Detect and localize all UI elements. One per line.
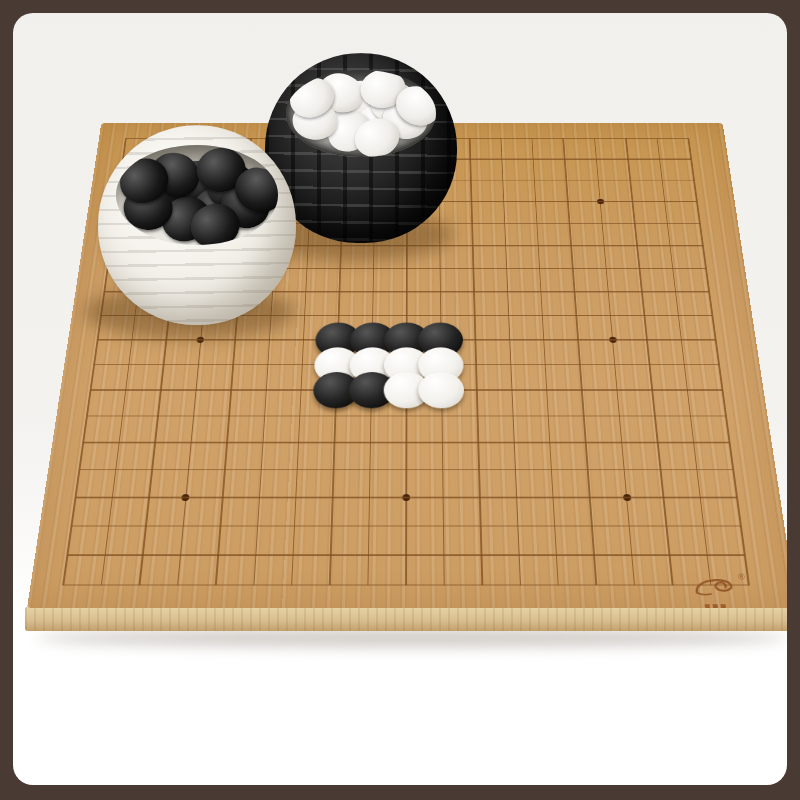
board-cell: [605, 456, 644, 484]
registered-mark: ®: [738, 573, 746, 582]
board-cell: [455, 212, 488, 234]
board-cell: [640, 128, 674, 148]
board-cell: [668, 377, 706, 403]
board-cell: [96, 456, 136, 484]
board-cell: [609, 128, 642, 148]
board-cell: [136, 429, 175, 456]
board-cell: [238, 512, 277, 541]
board-cell: [500, 541, 539, 571]
board-cell: [713, 456, 753, 484]
board-cell: [644, 484, 684, 512]
board-cell: [322, 280, 356, 304]
board-cell: [203, 484, 242, 512]
board-cell: [236, 541, 275, 571]
board-cell: [51, 512, 92, 541]
board-cell: [456, 257, 490, 280]
board-cell: [356, 280, 390, 304]
board-ground-shadow: [37, 629, 787, 647]
board-cell: [671, 128, 705, 148]
board-cell: [646, 512, 686, 541]
board-cell: [650, 212, 685, 234]
board-cell: [387, 541, 425, 571]
board-cell: [572, 512, 611, 541]
board-cell: [578, 128, 611, 148]
board-cell: [657, 280, 693, 304]
board-cell: [717, 484, 758, 512]
board-cell: [665, 352, 703, 377]
board-cell: [589, 257, 624, 280]
board-cell: [349, 541, 387, 571]
board-cell: [88, 512, 129, 541]
board-cell: [622, 257, 658, 280]
board-cell: [92, 484, 132, 512]
board-cell: [215, 352, 252, 377]
board-cell: [75, 352, 113, 377]
board-cell: [388, 484, 425, 512]
board-cell: [580, 149, 613, 170]
board-cell: [536, 512, 575, 541]
board-cell: [160, 541, 200, 571]
board-cell: [674, 149, 708, 170]
board-cell: [677, 456, 717, 484]
board-cell: [517, 149, 550, 170]
board-cell: [720, 512, 761, 541]
board-cell: [660, 304, 697, 328]
board-cell: [59, 456, 99, 484]
board-cell: [455, 169, 487, 190]
board-cell: [63, 429, 103, 456]
board-cell: [163, 512, 203, 541]
board-cell: [107, 377, 145, 403]
board-cell: [724, 541, 766, 571]
board-cell: [617, 212, 652, 234]
board-cell: [691, 280, 728, 304]
board-cell: [490, 280, 525, 304]
board-cell: [486, 149, 518, 170]
star-point: [609, 337, 617, 343]
board-cell: [574, 541, 614, 571]
board-cell: [531, 429, 568, 456]
board-cell: [212, 377, 249, 403]
board-cell: [498, 484, 536, 512]
board-cell: [425, 484, 462, 512]
board-cell: [316, 429, 353, 456]
board-cell: [547, 128, 580, 148]
board-cell: [631, 352, 668, 377]
board-cell: [387, 570, 425, 600]
board-cell: [462, 541, 500, 571]
board-cell: [585, 212, 620, 234]
black-bowl-opening: [286, 70, 436, 157]
board-cell: [677, 169, 712, 190]
seal-characters: [705, 604, 729, 608]
board-cell: [425, 512, 463, 541]
board-cell: [234, 570, 274, 600]
board-cell: [387, 512, 424, 541]
photo-frame: ®: [0, 0, 800, 800]
board-cell: [424, 456, 461, 484]
board-cell: [526, 328, 562, 353]
board-cell: [529, 377, 566, 403]
board-cell: [688, 257, 724, 280]
board-cell: [313, 512, 351, 541]
board-cell: [67, 403, 106, 429]
board-cell: [463, 570, 502, 600]
board-cell: [126, 512, 166, 541]
board-cell: [682, 212, 718, 234]
board-cell: [424, 377, 459, 403]
board-cell: [649, 541, 690, 571]
board-cell: [132, 456, 171, 484]
board-cell: [614, 570, 655, 600]
board-cell: [592, 304, 628, 328]
board-cell: [315, 456, 352, 484]
board-cell: [556, 257, 591, 280]
board-cell: [390, 280, 424, 304]
board-cell: [697, 328, 735, 353]
board-cell: [280, 429, 317, 456]
board-cell: [652, 234, 688, 257]
board-cell: [388, 456, 425, 484]
board-cell: [423, 257, 457, 280]
board-cell: [703, 377, 742, 403]
white-bowl-opening: [116, 145, 278, 245]
board-cell: [679, 191, 714, 213]
board-cell: [533, 456, 571, 484]
board-cell: [242, 456, 280, 484]
board-cell: [349, 570, 388, 600]
board-cell: [177, 377, 215, 403]
board-cell: [488, 212, 521, 234]
board-cell: [638, 429, 677, 456]
board-cell: [110, 352, 148, 377]
board-cell: [208, 429, 246, 456]
board-cell: [494, 377, 530, 403]
board-cell: [559, 304, 595, 328]
board-cell: [643, 149, 677, 170]
board-cell: [613, 169, 647, 190]
board-cell: [352, 429, 388, 456]
board-cell: [567, 429, 605, 456]
board-cell: [390, 257, 423, 280]
board-cell: [524, 280, 559, 304]
board-cell: [351, 484, 388, 512]
star-point: [623, 494, 631, 501]
board-cell: [169, 456, 208, 484]
board-cell: [516, 128, 548, 148]
board-cell: [100, 429, 139, 456]
board-cell: [601, 403, 639, 429]
board-cell: [71, 377, 110, 403]
board-cell: [645, 169, 679, 190]
board-cell: [521, 234, 555, 257]
white-stone: [419, 372, 465, 408]
board-cell: [122, 541, 163, 571]
board-cell: [571, 484, 610, 512]
board-cell: [557, 280, 592, 304]
board-cell: [603, 429, 641, 456]
board-cell: [706, 403, 745, 429]
board-cell: [663, 328, 700, 353]
board-cell: [519, 191, 552, 213]
board-cell: [455, 191, 488, 213]
board-cell: [534, 484, 572, 512]
board-cell: [647, 191, 682, 213]
board-cell: [700, 352, 738, 377]
board-cell: [564, 377, 601, 403]
star-point: [182, 494, 190, 501]
board-cell: [350, 512, 388, 541]
board-cell: [425, 570, 463, 600]
board-cell: [587, 234, 622, 257]
board-cell: [486, 169, 519, 190]
board-cell: [594, 328, 631, 353]
board-cell: [289, 280, 324, 304]
seal-swirl-icon: [691, 574, 738, 598]
board-cell: [42, 570, 84, 600]
board-cell: [687, 541, 728, 571]
board-cell: [84, 541, 125, 571]
board-cell: [460, 429, 497, 456]
star-point: [402, 494, 410, 501]
board-cell: [210, 403, 248, 429]
board-cell: [596, 352, 633, 377]
board-cell: [576, 570, 616, 600]
board-cell: [310, 570, 349, 600]
board-cell: [459, 403, 495, 429]
board-cell: [461, 484, 499, 512]
board-cell: [423, 280, 457, 304]
board-cell: [553, 212, 587, 234]
board-cell: [492, 328, 527, 353]
board-cell: [710, 429, 750, 456]
board-cell: [489, 257, 523, 280]
star-point: [597, 199, 604, 204]
board-cell: [240, 484, 279, 512]
board-cell: [174, 403, 212, 429]
board-cell: [491, 304, 526, 328]
board-cell: [615, 191, 649, 213]
board-cell: [493, 352, 529, 377]
board-cell: [454, 128, 486, 148]
board-cell: [157, 570, 198, 600]
board-cell: [314, 484, 352, 512]
board-cell: [636, 403, 674, 429]
board-cell: [290, 257, 324, 280]
board-cell: [495, 403, 532, 429]
board-cell: [523, 257, 558, 280]
board-cell: [629, 328, 666, 353]
board-cell: [454, 149, 486, 170]
board-cell: [201, 512, 240, 541]
board-cell: [119, 570, 160, 600]
board-cell: [619, 234, 654, 257]
board-cell: [80, 570, 122, 600]
board-cell: [457, 304, 492, 328]
board-cell: [655, 257, 691, 280]
board-cell: [424, 429, 460, 456]
board-cell: [694, 304, 731, 328]
board-cell: [633, 377, 671, 403]
board-cell: [518, 169, 551, 190]
board-cell: [590, 280, 626, 304]
photo-backdrop: ®: [13, 13, 787, 785]
maker-seal-stamp: ®: [691, 574, 751, 606]
board-cell: [560, 328, 596, 353]
board-cell: [499, 512, 537, 541]
board-cell: [275, 512, 314, 541]
board-cell: [609, 512, 649, 541]
board-cell: [607, 484, 646, 512]
board-cell: [172, 429, 210, 456]
board-cell: [652, 570, 693, 600]
board-cell: [554, 234, 589, 257]
board-cell: [539, 570, 579, 600]
board-cell: [683, 512, 724, 541]
board-cell: [550, 169, 583, 190]
board-cell: [497, 456, 535, 484]
board-cell: [205, 456, 243, 484]
board-cell: [624, 280, 660, 304]
board-cell: [671, 403, 710, 429]
board-cell: [248, 377, 285, 403]
board-cell: [487, 191, 520, 213]
board-cell: [548, 149, 581, 170]
board-cell: [278, 456, 316, 484]
board-cell: [166, 484, 205, 512]
board-cell: [551, 191, 585, 213]
board-cell: [246, 403, 283, 429]
board-cell: [489, 234, 523, 257]
board-cell: [425, 541, 463, 571]
board-cell: [180, 352, 217, 377]
board-cell: [198, 541, 238, 571]
board-cell: [520, 212, 554, 234]
board-cell: [103, 403, 142, 429]
board-cell: [527, 352, 563, 377]
board-cell: [55, 484, 96, 512]
board-cell: [47, 541, 89, 571]
board-cell: [457, 280, 491, 304]
board-cell: [598, 377, 635, 403]
board-cell: [583, 191, 617, 213]
board-cell: [195, 570, 235, 600]
board-cell: [530, 403, 567, 429]
board-cell: [485, 128, 517, 148]
board-cell: [641, 456, 680, 484]
board-cell: [685, 234, 721, 257]
board-cell: [456, 234, 490, 257]
board-cell: [626, 304, 662, 328]
board-cell: [139, 403, 177, 429]
board-cell: [145, 352, 182, 377]
board-cell: [274, 541, 313, 571]
board-cell: [388, 429, 424, 456]
board-cell: [244, 429, 282, 456]
board-cell: [612, 541, 652, 571]
board-cell: [680, 484, 720, 512]
board-cell: [537, 541, 576, 571]
board-cell: [611, 149, 645, 170]
board-cell: [282, 403, 319, 429]
board-cell: [525, 304, 560, 328]
board-cell: [461, 456, 498, 484]
board-cell: [250, 352, 286, 377]
board-cell: [569, 456, 607, 484]
board-cell: [277, 484, 315, 512]
board-cell: [562, 352, 599, 377]
white-stone-bowl: [98, 125, 296, 325]
board-cell: [581, 169, 615, 190]
board-cell: [129, 484, 169, 512]
board-cell: [352, 456, 389, 484]
board-cell: [272, 570, 312, 600]
board-cell: [501, 570, 540, 600]
board-cell: [79, 328, 117, 353]
board-cell: [311, 541, 350, 571]
board-cell: [462, 512, 500, 541]
board-front-edge: [25, 607, 787, 631]
board-cell: [565, 403, 602, 429]
board-cell: [496, 429, 533, 456]
board-cell: [674, 429, 713, 456]
board-cell: [142, 377, 180, 403]
